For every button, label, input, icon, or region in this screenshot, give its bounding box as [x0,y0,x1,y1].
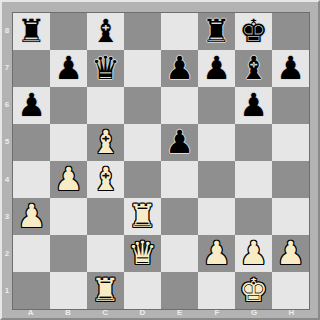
square-h7[interactable]: ♟ [272,50,309,87]
piece-black-pawn[interactable]: ♟ [165,124,194,161]
square-e3[interactable] [161,198,198,235]
square-g2[interactable]: ♟ [235,235,272,272]
file-label-g: G [236,308,273,318]
square-e7[interactable]: ♟ [161,50,198,87]
square-a8[interactable]: ♜ [13,13,50,50]
square-d5[interactable] [124,124,161,161]
square-h6[interactable] [272,87,309,124]
square-g1[interactable]: ♚ [235,272,272,309]
piece-black-bishop[interactable]: ♝ [239,50,268,87]
square-b8[interactable] [50,13,87,50]
piece-white-pawn[interactable]: ♟ [202,235,231,272]
square-e4[interactable] [161,161,198,198]
square-f2[interactable]: ♟ [198,235,235,272]
piece-black-queen[interactable]: ♛ [91,50,120,87]
square-d3[interactable]: ♜ [124,198,161,235]
square-h3[interactable] [272,198,309,235]
square-c3[interactable] [87,198,124,235]
piece-black-pawn[interactable]: ♟ [165,50,194,87]
piece-white-queen[interactable]: ♛ [128,235,157,272]
square-e2[interactable] [161,235,198,272]
piece-white-pawn[interactable]: ♟ [17,198,46,235]
piece-white-pawn[interactable]: ♟ [54,161,83,198]
chess-board[interactable]: ♜♝♜♚♟♛♟♟♝♟♟♟♝♟♟♝♟♜♛♟♟♟♜♚ [12,12,310,310]
square-f8[interactable]: ♜ [198,13,235,50]
rank-label-7: 7 [2,49,12,86]
square-c6[interactable] [87,87,124,124]
square-f6[interactable] [198,87,235,124]
rank-label-6: 6 [2,87,12,124]
square-c2[interactable] [87,235,124,272]
square-e8[interactable] [161,13,198,50]
piece-black-pawn[interactable]: ♟ [54,50,83,87]
square-d4[interactable] [124,161,161,198]
chess-board-frame: 87654321 ♜♝♜♚♟♛♟♟♝♟♟♟♝♟♟♝♟♜♛♟♟♟♜♚ ABCDEF… [0,0,320,320]
square-c5[interactable]: ♝ [87,124,124,161]
rank-label-8: 8 [2,12,12,49]
square-g8[interactable]: ♚ [235,13,272,50]
piece-white-rook[interactable]: ♜ [91,272,120,309]
square-c1[interactable]: ♜ [87,272,124,309]
square-a1[interactable] [13,272,50,309]
square-h4[interactable] [272,161,309,198]
piece-black-pawn[interactable]: ♟ [276,50,305,87]
file-label-e: E [161,308,198,318]
piece-white-bishop[interactable]: ♝ [91,161,120,198]
square-f1[interactable] [198,272,235,309]
piece-black-pawn[interactable]: ♟ [202,50,231,87]
square-c4[interactable]: ♝ [87,161,124,198]
piece-white-pawn[interactable]: ♟ [239,235,268,272]
square-g5[interactable] [235,124,272,161]
square-b6[interactable] [50,87,87,124]
square-f5[interactable] [198,124,235,161]
file-label-f: F [198,308,235,318]
piece-black-bishop[interactable]: ♝ [91,13,120,50]
square-a5[interactable] [13,124,50,161]
square-d1[interactable] [124,272,161,309]
square-a4[interactable] [13,161,50,198]
square-f4[interactable] [198,161,235,198]
square-g4[interactable] [235,161,272,198]
square-d7[interactable] [124,50,161,87]
square-a2[interactable] [13,235,50,272]
square-h2[interactable]: ♟ [272,235,309,272]
square-g3[interactable] [235,198,272,235]
rank-label-5: 5 [2,124,12,161]
square-h8[interactable] [272,13,309,50]
square-h5[interactable] [272,124,309,161]
rank-label-3: 3 [2,198,12,235]
square-f7[interactable]: ♟ [198,50,235,87]
square-h1[interactable] [272,272,309,309]
piece-black-king[interactable]: ♚ [239,13,268,50]
rank-label-2: 2 [2,236,12,273]
square-d6[interactable] [124,87,161,124]
piece-black-pawn[interactable]: ♟ [17,87,46,124]
piece-black-rook[interactable]: ♜ [17,13,46,50]
piece-white-king[interactable]: ♚ [239,272,268,309]
square-b7[interactable]: ♟ [50,50,87,87]
piece-white-bishop[interactable]: ♝ [91,124,120,161]
square-d8[interactable] [124,13,161,50]
square-e6[interactable] [161,87,198,124]
square-b4[interactable]: ♟ [50,161,87,198]
file-label-d: D [124,308,161,318]
file-label-c: C [87,308,124,318]
square-a7[interactable] [13,50,50,87]
square-b5[interactable] [50,124,87,161]
square-e5[interactable]: ♟ [161,124,198,161]
square-f3[interactable] [198,198,235,235]
square-b1[interactable] [50,272,87,309]
square-g7[interactable]: ♝ [235,50,272,87]
rank-labels: 87654321 [2,12,12,310]
piece-white-pawn[interactable]: ♟ [276,235,305,272]
square-e1[interactable] [161,272,198,309]
square-g6[interactable]: ♟ [235,87,272,124]
rank-label-4: 4 [2,161,12,198]
piece-black-rook[interactable]: ♜ [202,13,231,50]
file-labels: ABCDEFGH [12,308,310,318]
file-label-b: B [49,308,86,318]
square-d2[interactable]: ♛ [124,235,161,272]
square-b3[interactable] [50,198,87,235]
piece-black-pawn[interactable]: ♟ [239,87,268,124]
piece-white-rook[interactable]: ♜ [128,198,157,235]
file-label-h: H [273,308,310,318]
square-a6[interactable]: ♟ [13,87,50,124]
square-c7[interactable]: ♛ [87,50,124,87]
rank-label-1: 1 [2,273,12,310]
file-label-a: A [12,308,49,318]
square-c8[interactable]: ♝ [87,13,124,50]
square-a3[interactable]: ♟ [13,198,50,235]
square-b2[interactable] [50,235,87,272]
